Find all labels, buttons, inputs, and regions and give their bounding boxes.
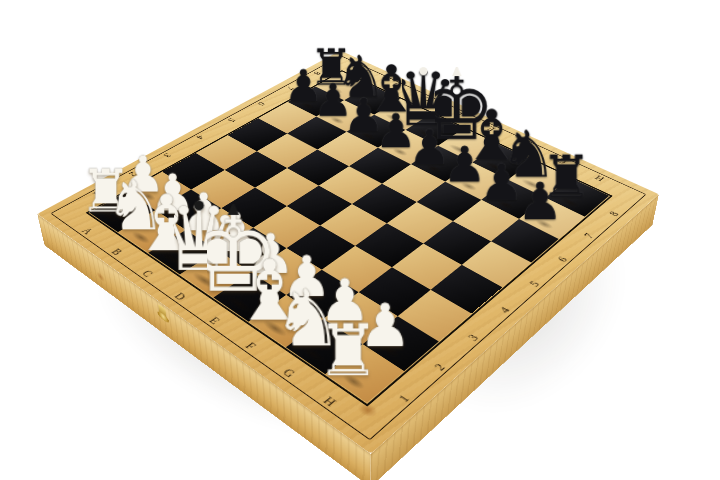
scene: ♜♞♝♛♚♝♞♜♟♟♟♟♟♟♟♟♟♟♟♟♟♟♟♟♜♞♝♛♚♝♞♜ AA11BB2… bbox=[0, 0, 720, 480]
piece-black-pawn[interactable]: ♟ bbox=[517, 176, 564, 227]
piece-white-rook[interactable]: ♜ bbox=[320, 315, 377, 386]
king-finial-accent bbox=[452, 65, 461, 76]
chess-box: ♜♞♝♛♚♝♞♜♟♟♟♟♟♟♟♟♟♟♟♟♟♟♟♟♜♞♝♛♚♝♞♜ AA11BB2… bbox=[37, 51, 659, 454]
clasp-knob bbox=[157, 310, 169, 325]
photo-stage: ♜♞♝♛♚♝♞♜♟♟♟♟♟♟♟♟♟♟♟♟♟♟♟♟♜♞♝♛♚♝♞♜ AA11BB2… bbox=[0, 0, 720, 480]
clasp-plate bbox=[158, 304, 167, 320]
king-finial-accent bbox=[228, 201, 239, 215]
board-top: ♜♞♝♛♚♝♞♜♟♟♟♟♟♟♟♟♟♟♟♟♟♟♟♟♜♞♝♛♚♝♞♜ AA11BB2… bbox=[37, 51, 659, 454]
